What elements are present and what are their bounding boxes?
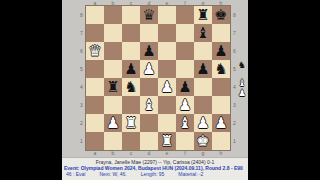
square-g4[interactable] <box>194 78 212 96</box>
square-h7[interactable] <box>212 24 230 42</box>
rank-label-6: 6 <box>231 42 238 60</box>
rank-label-1: 1 <box>231 132 238 150</box>
square-h3[interactable] <box>212 96 230 114</box>
white-pawn-b2: ♟ <box>104 114 122 132</box>
square-d3[interactable]: ♝ <box>140 96 158 114</box>
black-rook-b4: ♜ <box>104 78 122 96</box>
material-balance: Material: -2 <box>178 171 203 177</box>
square-c1[interactable] <box>122 132 140 150</box>
rank-label-5: 5 <box>78 60 85 78</box>
black-pawn-g5: ♟ <box>194 60 212 78</box>
rank-label-7: 7 <box>78 24 85 42</box>
square-e8[interactable] <box>158 6 176 24</box>
square-f1[interactable] <box>176 132 194 150</box>
square-g3[interactable] <box>194 96 212 114</box>
square-c8[interactable] <box>122 6 140 24</box>
square-b7[interactable] <box>104 24 122 42</box>
square-e1[interactable]: ♜ <box>158 132 176 150</box>
square-f7[interactable] <box>176 24 194 42</box>
file-label-f: f <box>176 150 194 156</box>
square-d7[interactable] <box>140 24 158 42</box>
square-e3[interactable] <box>158 96 176 114</box>
rank-label-2: 2 <box>231 114 238 132</box>
square-b1[interactable] <box>104 132 122 150</box>
square-a4[interactable] <box>86 78 104 96</box>
square-g2[interactable]: ♟ <box>194 114 212 132</box>
square-c5[interactable]: ♟ <box>122 60 140 78</box>
black-rook-g8: ♜ <box>194 6 212 24</box>
square-h1[interactable] <box>212 132 230 150</box>
white-queen-a6: ♛ <box>86 42 104 60</box>
file-label-b: b <box>104 150 122 156</box>
next-to-move: Next: W, 46. <box>99 171 126 177</box>
square-g6[interactable] <box>194 42 212 60</box>
game-length: Length: 95 <box>141 171 165 177</box>
black-queen-d8: ♛ <box>140 6 158 24</box>
white-bishop-tray-icon: ♝ <box>238 78 246 88</box>
black-pawn-h6: ♟ <box>212 42 230 60</box>
black-king-h8: ♚ <box>212 6 230 24</box>
square-h6[interactable]: ♟ <box>212 42 230 60</box>
square-f4[interactable]: ♟ <box>176 78 194 96</box>
square-a2[interactable] <box>86 114 104 132</box>
black-bishop-g7: ♝ <box>194 24 212 42</box>
square-d5[interactable]: ♟ <box>140 60 158 78</box>
white-pawn-f3: ♟ <box>176 96 194 114</box>
white-rook-c2: ♜ <box>122 114 140 132</box>
white-bishop-f2: ♝ <box>176 114 194 132</box>
chess-app-panel: abcdefgh 87654321 ♛♜♚♝♛♟♟♟♟♟♞♜♞♟♟♝♟♟♜♝♟♟… <box>62 0 248 180</box>
square-e5[interactable] <box>158 60 176 78</box>
white-pawn-e4: ♟ <box>158 78 176 96</box>
square-c3[interactable] <box>122 96 140 114</box>
square-a6[interactable]: ♛ <box>86 42 104 60</box>
square-g7[interactable]: ♝ <box>194 24 212 42</box>
rank-label-6: 6 <box>78 42 85 60</box>
black-pawn-d6: ♟ <box>140 42 158 60</box>
square-e4[interactable]: ♟ <box>158 78 176 96</box>
square-f5[interactable] <box>176 60 194 78</box>
rank-label-3: 3 <box>78 96 85 114</box>
status-line: 46 : Eval Next: W, 46. Length: 95 Materi… <box>62 171 248 177</box>
square-g5[interactable]: ♟ <box>194 60 212 78</box>
square-a3[interactable] <box>86 96 104 114</box>
square-d1[interactable] <box>140 132 158 150</box>
game-info-bar: Frayna, Janelle Mae (2297) -- Yip, Caris… <box>62 157 248 180</box>
square-a1[interactable] <box>86 132 104 150</box>
square-b2[interactable]: ♟ <box>104 114 122 132</box>
rank-labels-left: 87654321 <box>78 6 85 150</box>
rank-label-7: 7 <box>231 24 238 42</box>
file-label-g: g <box>194 150 212 156</box>
file-label-h: h <box>212 150 230 156</box>
square-h5[interactable]: ♞ <box>212 60 230 78</box>
square-e7[interactable] <box>158 24 176 42</box>
square-a8[interactable] <box>86 6 104 24</box>
square-d6[interactable]: ♟ <box>140 42 158 60</box>
square-e6[interactable] <box>158 42 176 60</box>
square-c7[interactable] <box>122 24 140 42</box>
white-bishop-d3: ♝ <box>140 96 158 114</box>
rank-label-2: 2 <box>78 114 85 132</box>
square-d2[interactable] <box>140 114 158 132</box>
square-f8[interactable] <box>176 6 194 24</box>
black-pawn-f4: ♟ <box>176 78 194 96</box>
square-a7[interactable] <box>86 24 104 42</box>
file-label-c: c <box>122 150 140 156</box>
square-e2[interactable] <box>158 114 176 132</box>
rank-label-1: 1 <box>78 132 85 150</box>
square-h8[interactable]: ♚ <box>212 6 230 24</box>
file-label-a: a <box>86 150 104 156</box>
captured-material-tray: ♞♝♟ <box>236 60 248 98</box>
square-f2[interactable]: ♝ <box>176 114 194 132</box>
square-c4[interactable]: ♞ <box>122 78 140 96</box>
square-c6[interactable] <box>122 42 140 60</box>
square-b3[interactable] <box>104 96 122 114</box>
square-b6[interactable] <box>104 42 122 60</box>
move-indicator: 46 : Eval <box>66 171 85 177</box>
rank-label-8: 8 <box>78 6 85 24</box>
white-pawn-tray-icon: ♟ <box>238 88 246 98</box>
square-g1[interactable]: ♚ <box>194 132 212 150</box>
black-pawn-c5: ♟ <box>122 60 140 78</box>
file-label-d: d <box>140 150 158 156</box>
white-rook-e1: ♜ <box>158 132 176 150</box>
square-h2[interactable]: ♟ <box>212 114 230 132</box>
square-g8[interactable]: ♜ <box>194 6 212 24</box>
white-pawn-d5: ♟ <box>140 60 158 78</box>
rank-label-8: 8 <box>231 6 238 24</box>
rank-label-4: 4 <box>78 78 85 96</box>
white-pawn-h2: ♟ <box>212 114 230 132</box>
black-knight-c4: ♞ <box>122 78 140 96</box>
file-labels-bottom: abcdefgh <box>86 150 230 156</box>
white-pawn-g2: ♟ <box>194 114 212 132</box>
rank-label-3: 3 <box>231 96 238 114</box>
square-h4[interactable] <box>212 78 230 96</box>
black-knight-h5: ♞ <box>212 60 230 78</box>
file-label-e: e <box>158 150 176 156</box>
white-king-g1: ♚ <box>194 132 212 150</box>
video-frame: abcdefgh 87654321 ♛♜♚♝♛♟♟♟♟♟♞♜♞♟♟♝♟♟♜♝♟♟… <box>0 0 320 180</box>
square-c2[interactable]: ♜ <box>122 114 140 132</box>
black-knight-tray-icon: ♞ <box>238 60 246 70</box>
square-b8[interactable] <box>104 6 122 24</box>
chess-board: ♛♜♚♝♛♟♟♟♟♟♞♜♞♟♟♝♟♟♜♝♟♟♜♚ <box>86 6 230 150</box>
square-b5[interactable] <box>104 60 122 78</box>
square-d4[interactable] <box>140 78 158 96</box>
square-f6[interactable] <box>176 42 194 60</box>
square-d8[interactable]: ♛ <box>140 6 158 24</box>
square-a5[interactable] <box>86 60 104 78</box>
square-b4[interactable]: ♜ <box>104 78 122 96</box>
square-f3[interactable]: ♟ <box>176 96 194 114</box>
